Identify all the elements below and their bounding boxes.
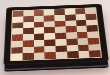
chessboard	[4, 4, 109, 65]
square-r8c5	[56, 52, 67, 59]
square-r8c7	[78, 51, 90, 58]
square-r8c6	[67, 51, 79, 58]
square-r8c4	[45, 52, 56, 59]
square-r8c3	[34, 53, 45, 60]
square-r8c8	[89, 50, 101, 57]
board-border-inlay	[10, 7, 102, 61]
photo-backdrop	[0, 0, 110, 75]
square-r8c1	[11, 53, 22, 60]
board-grid	[11, 8, 101, 61]
square-r8c2	[22, 53, 33, 60]
